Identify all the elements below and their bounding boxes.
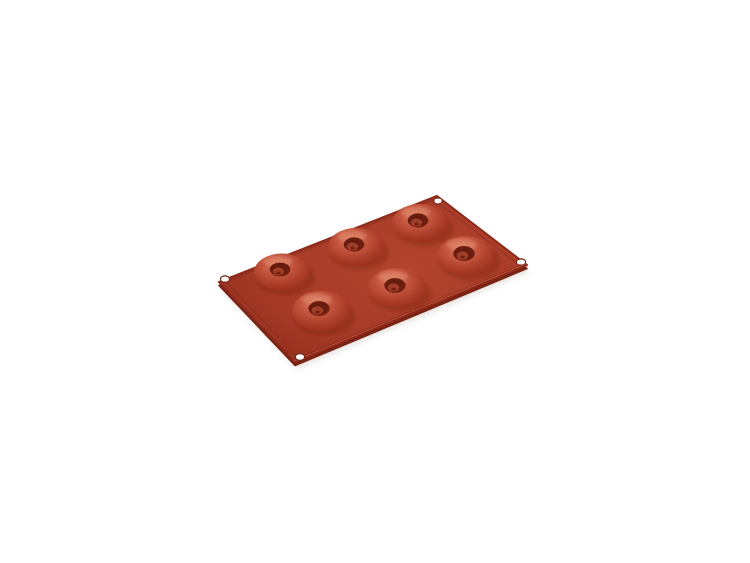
corner-hole-bottom <box>295 354 304 361</box>
corner-hole-left <box>221 276 230 282</box>
cavity-dimple <box>391 287 396 290</box>
photo-canvas <box>0 0 750 563</box>
cavity-dimple <box>315 310 320 313</box>
corner-hole-top <box>434 198 442 204</box>
cavity-dimple <box>460 255 465 258</box>
cavity-dimple <box>276 272 280 275</box>
corner-hole-right <box>516 259 525 265</box>
product-photo <box>0 0 750 563</box>
cavity-dimple <box>414 222 418 225</box>
cavity-dimple <box>350 246 354 249</box>
